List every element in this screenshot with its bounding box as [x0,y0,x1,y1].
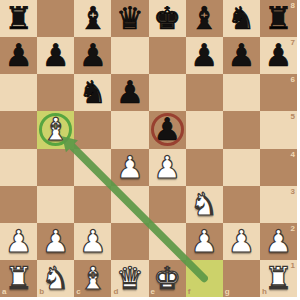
square-g5[interactable] [223,111,260,148]
chess-analysis-screenshot: ♜♝♛♚♝♞♜8♟♟♟♟♟♟7♞♟6♝♟5♟♟4♞3♟♟♟♟♟♟2♜a♞b♝c♛… [0,0,300,300]
white-pawn-piece[interactable]: ♟ [223,223,260,260]
square-h2[interactable]: ♟2 [260,223,297,260]
square-f3[interactable]: ♞ [186,186,223,223]
chess-board: ♜♝♛♚♝♞♜8♟♟♟♟♟♟7♞♟6♝♟5♟♟4♞3♟♟♟♟♟♟2♜a♞b♝c♛… [0,0,297,297]
square-d3[interactable] [111,186,148,223]
white-bishop-piece[interactable]: ♝ [74,260,111,297]
square-g4[interactable] [223,149,260,186]
square-f5[interactable] [186,111,223,148]
black-pawn-piece[interactable]: ♟ [186,37,223,74]
white-king-piece[interactable]: ♚ [149,260,186,297]
square-b1[interactable]: ♞b [37,260,74,297]
square-a2[interactable]: ♟ [0,223,37,260]
square-a6[interactable] [0,74,37,111]
square-g1[interactable]: g [223,260,260,297]
black-queen-piece[interactable]: ♛ [111,0,148,37]
square-c2[interactable]: ♟ [74,223,111,260]
square-d4[interactable]: ♟ [111,149,148,186]
black-king-piece[interactable]: ♚ [149,0,186,37]
square-a3[interactable] [0,186,37,223]
white-pawn-piece[interactable]: ♟ [37,223,74,260]
rank-label-6: 6 [291,75,295,84]
square-g8[interactable]: ♞ [223,0,260,37]
black-rook-piece[interactable]: ♜ [0,0,37,37]
square-f7[interactable]: ♟ [186,37,223,74]
square-e3[interactable] [149,186,186,223]
square-e6[interactable] [149,74,186,111]
file-label-f: f [188,287,191,296]
square-f2[interactable]: ♟ [186,223,223,260]
white-pawn-piece[interactable]: ♟ [0,223,37,260]
white-queen-piece[interactable]: ♛ [111,260,148,297]
square-f4[interactable] [186,149,223,186]
rank-label-5: 5 [291,112,295,121]
square-b8[interactable] [37,0,74,37]
black-pawn-piece[interactable]: ♟ [149,111,186,148]
black-rook-piece[interactable]: ♜ [260,0,297,37]
white-knight-piece[interactable]: ♞ [186,186,223,223]
square-c3[interactable] [74,186,111,223]
square-a1[interactable]: ♜a [0,260,37,297]
square-b7[interactable]: ♟ [37,37,74,74]
square-e4[interactable]: ♟ [149,149,186,186]
rank-label-4: 4 [291,150,295,159]
square-f1[interactable]: f [186,260,223,297]
square-a5[interactable] [0,111,37,148]
white-knight-piece[interactable]: ♞ [37,260,74,297]
black-knight-piece[interactable]: ♞ [74,74,111,111]
square-c6[interactable]: ♞ [74,74,111,111]
black-pawn-piece[interactable]: ♟ [223,37,260,74]
square-e8[interactable]: ♚ [149,0,186,37]
square-b2[interactable]: ♟ [37,223,74,260]
rank-label-3: 3 [291,187,295,196]
square-e7[interactable] [149,37,186,74]
square-g6[interactable] [223,74,260,111]
black-pawn-piece[interactable]: ♟ [260,37,297,74]
square-c5[interactable] [74,111,111,148]
square-b4[interactable] [37,149,74,186]
square-f6[interactable] [186,74,223,111]
black-bishop-piece[interactable]: ♝ [74,0,111,37]
square-e1[interactable]: ♚e [149,260,186,297]
square-c1[interactable]: ♝c [74,260,111,297]
black-pawn-piece[interactable]: ♟ [37,37,74,74]
square-h3[interactable]: 3 [260,186,297,223]
square-g3[interactable] [223,186,260,223]
square-d1[interactable]: ♛d [111,260,148,297]
white-pawn-piece[interactable]: ♟ [111,149,148,186]
file-label-g: g [225,287,230,296]
square-d5[interactable] [111,111,148,148]
black-knight-piece[interactable]: ♞ [223,0,260,37]
square-b6[interactable] [37,74,74,111]
square-e5[interactable]: ♟ [149,111,186,148]
white-rook-piece[interactable]: ♜ [260,260,297,297]
black-bishop-piece[interactable]: ♝ [186,0,223,37]
square-b3[interactable] [37,186,74,223]
square-b5[interactable]: ♝ [37,111,74,148]
black-pawn-piece[interactable]: ♟ [74,37,111,74]
white-pawn-piece[interactable]: ♟ [149,149,186,186]
square-a4[interactable] [0,149,37,186]
square-c4[interactable] [74,149,111,186]
white-pawn-piece[interactable]: ♟ [260,223,297,260]
black-pawn-piece[interactable]: ♟ [111,74,148,111]
square-h8[interactable]: ♜8 [260,0,297,37]
black-pawn-piece[interactable]: ♟ [0,37,37,74]
square-f8[interactable]: ♝ [186,0,223,37]
white-rook-piece[interactable]: ♜ [0,260,37,297]
square-h7[interactable]: ♟7 [260,37,297,74]
square-d8[interactable]: ♛ [111,0,148,37]
square-d6[interactable]: ♟ [111,74,148,111]
white-bishop-piece[interactable]: ♝ [37,111,74,148]
square-a8[interactable]: ♜ [0,0,37,37]
square-c8[interactable]: ♝ [74,0,111,37]
square-d2[interactable] [111,223,148,260]
square-d7[interactable] [111,37,148,74]
square-g2[interactable]: ♟ [223,223,260,260]
square-a7[interactable]: ♟ [0,37,37,74]
white-pawn-piece[interactable]: ♟ [74,223,111,260]
square-e2[interactable] [149,223,186,260]
square-h5[interactable]: 5 [260,111,297,148]
square-h4[interactable]: 4 [260,149,297,186]
white-pawn-piece[interactable]: ♟ [186,223,223,260]
square-c7[interactable]: ♟ [74,37,111,74]
square-g7[interactable]: ♟ [223,37,260,74]
square-h1[interactable]: ♜1h [260,260,297,297]
square-h6[interactable]: 6 [260,74,297,111]
